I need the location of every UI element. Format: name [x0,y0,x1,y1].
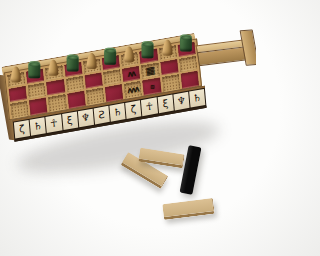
board-square-r2c4[interactable] [65,76,83,92]
board-square-r2c1[interactable] [9,86,27,102]
hieroglyph-panel: ☥ [46,114,62,133]
green-spool-pawn[interactable] [66,54,78,71]
board-square-r2c5[interactable] [84,73,102,89]
reed-hieroglyph: ξ [162,98,168,109]
board-square-r3c7[interactable]: ΛΛΛ [124,81,143,99]
board-square-r2c9[interactable] [160,59,178,75]
hieroglyph-panel: ♆ [78,109,94,128]
board-square-r2c7[interactable]: ΛΛ [122,66,140,82]
seated-figure-hieroglyph: ♄ [113,107,123,119]
tan-cone-pawn[interactable] [162,40,172,56]
board-square-r3c8[interactable]: ≋ [143,78,162,96]
green-spool-pawn[interactable] [180,34,192,51]
hieroglyph-panel: ♄ [189,89,205,108]
hieroglyph-panel: ξ [62,111,78,130]
two-figures-sign: ΛΛ [127,70,135,77]
hieroglyph-panel: Ƨ [93,106,109,125]
water-ripple-sign: ≋ [150,83,155,90]
trident-hieroglyph: ♆ [81,112,91,124]
board-square-r3c3[interactable] [48,94,67,112]
hieroglyph-panel: ♄ [109,103,125,122]
hieroglyph-panel: ♄ [30,117,46,136]
board-square-r3c10[interactable] [180,71,199,89]
three-figures-sign: ΛΛΛ [127,86,138,94]
hieroglyph-panel: ☥ [141,97,157,116]
hieroglyph-panel: ξ [157,95,173,114]
throw-stick-dark[interactable] [180,145,202,195]
board-square-r2c3[interactable] [47,79,65,95]
board-square-r3c1[interactable] [10,101,28,119]
throw-stick-wood-3[interactable] [162,198,215,220]
senet-game-scene: ≡ΛΛ▦ΛΛΛ≋ ζ♄☥ξ♆Ƨ♄ζ☥ξ♆♄ [0,0,256,256]
seated-figure-hieroglyph: ♄ [192,93,202,105]
hieroglyph-panel: ♆ [173,92,189,111]
snake-hieroglyph: ζ [130,104,136,115]
senet-board-box[interactable]: ≡ΛΛ▦ΛΛΛ≋ ζ♄☥ξ♆Ƨ♄ζ☥ξ♆♄ [0,18,256,156]
hieroglyph-panel: ζ [14,120,30,139]
green-spool-pawn[interactable] [28,61,40,78]
board-square-r2c10[interactable] [179,56,197,72]
green-spool-pawn[interactable] [142,41,154,58]
snake-hieroglyph: ζ [19,124,25,135]
board-square-r2c6[interactable] [103,69,121,85]
board-square-r3c4[interactable] [67,91,86,109]
seated-figure-hieroglyph: ♄ [33,121,43,133]
board-square-r2c2[interactable] [28,83,46,99]
board-square-r3c6[interactable] [105,84,123,102]
board-square-r2c8[interactable]: ▦ [141,63,159,79]
tan-cone-pawn[interactable] [86,53,96,69]
snake-hieroglyph: Ƨ [98,110,105,121]
storage-drawer[interactable] [196,38,251,68]
trident-hieroglyph: ♆ [176,95,186,107]
board-square-r3c5[interactable] [86,88,105,106]
reed-hieroglyph: ξ [67,115,73,126]
green-spool-pawn[interactable] [104,48,116,65]
ankh-hieroglyph: ☥ [50,118,58,129]
board-square-r3c2[interactable] [29,98,48,116]
hieroglyph-panel: ζ [125,100,141,119]
board-square-r3c9[interactable] [162,74,181,92]
net-grid-sign: ▦ [145,65,155,77]
ankh-hieroglyph: ☥ [145,101,153,112]
